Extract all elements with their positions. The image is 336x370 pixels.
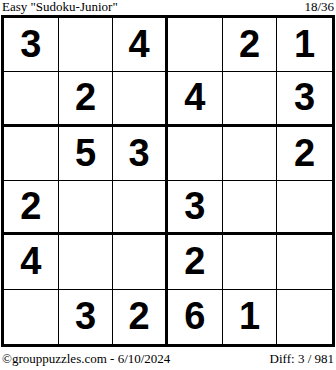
footer-bar: ©grouppuzzles.com - 6/10/2024 Diff: 3 / … [2, 351, 334, 367]
cell-r4c1-given-2[interactable]: 2 [4, 181, 59, 235]
cell-r5c1-given-4[interactable]: 4 [4, 235, 59, 289]
cell-r1c6-given-1[interactable]: 1 [277, 18, 332, 72]
cell-r1c4-empty[interactable] [168, 18, 223, 72]
cell-r2c5-empty[interactable] [223, 72, 278, 126]
cell-r2c6-given-3[interactable]: 3 [277, 72, 332, 126]
cell-r1c3-given-4[interactable]: 4 [113, 18, 168, 72]
difficulty-label: Diff: 3 / 981 [270, 351, 334, 366]
cell-r2c1-empty[interactable] [4, 72, 59, 126]
cell-r6c1-empty[interactable] [4, 290, 59, 344]
header-bar: Easy "Sudoku-Junior" 18/36 [2, 0, 334, 15]
cell-r2c4-given-4[interactable]: 4 [168, 72, 223, 126]
cell-r6c2-given-3[interactable]: 3 [59, 290, 114, 344]
copyright-date: ©grouppuzzles.com - 6/10/2024 [2, 351, 170, 366]
cell-r3c1-empty[interactable] [4, 127, 59, 181]
puzzle-title: Easy "Sudoku-Junior" [2, 0, 118, 14]
cell-r3c6-given-2[interactable]: 2 [277, 127, 332, 181]
cell-r4c4-given-3[interactable]: 3 [168, 181, 223, 235]
cell-r2c2-given-2[interactable]: 2 [59, 72, 114, 126]
cell-r4c3-empty[interactable] [113, 181, 168, 235]
cell-r5c4-given-2[interactable]: 2 [168, 235, 223, 289]
sudoku-board: 342124353223423261 [1, 15, 335, 347]
cell-r5c6-empty[interactable] [277, 235, 332, 289]
cell-r6c3-given-2[interactable]: 2 [113, 290, 168, 344]
cell-r4c6-empty[interactable] [277, 181, 332, 235]
cell-r1c1-given-3[interactable]: 3 [4, 18, 59, 72]
cell-r4c5-empty[interactable] [223, 181, 278, 235]
givens-count: 18/36 [304, 0, 334, 14]
cell-r1c5-given-2[interactable]: 2 [223, 18, 278, 72]
cell-r5c2-empty[interactable] [59, 235, 114, 289]
cell-r4c2-empty[interactable] [59, 181, 114, 235]
cell-r3c2-given-5[interactable]: 5 [59, 127, 114, 181]
cell-r5c5-empty[interactable] [223, 235, 278, 289]
cell-r1c2-empty[interactable] [59, 18, 114, 72]
cell-r5c3-empty[interactable] [113, 235, 168, 289]
cell-r3c5-empty[interactable] [223, 127, 278, 181]
cell-r3c4-empty[interactable] [168, 127, 223, 181]
cell-r3c3-given-3[interactable]: 3 [113, 127, 168, 181]
cell-r6c6-empty[interactable] [277, 290, 332, 344]
cell-r6c4-given-6[interactable]: 6 [168, 290, 223, 344]
cell-r2c3-empty[interactable] [113, 72, 168, 126]
cell-r6c5-given-1[interactable]: 1 [223, 290, 278, 344]
